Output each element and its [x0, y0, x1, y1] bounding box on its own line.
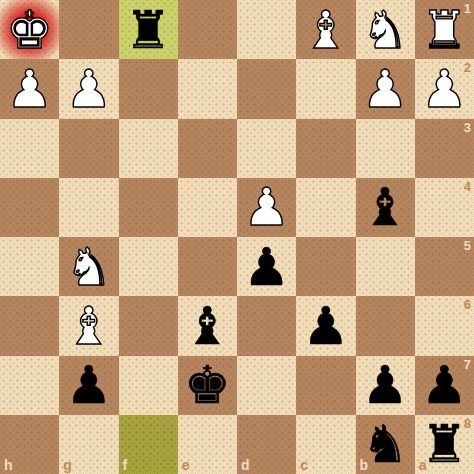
- rank-label-3: 3: [464, 120, 471, 135]
- black-bishop[interactable]: ♝: [178, 296, 237, 355]
- black-pawn[interactable]: ♟: [296, 296, 355, 355]
- square-e4[interactable]: [178, 178, 237, 237]
- square-h7[interactable]: [0, 356, 59, 415]
- square-a7[interactable]: ♟7: [415, 356, 474, 415]
- square-a6[interactable]: 6: [415, 296, 474, 355]
- white-pawn[interactable]: ♟: [0, 59, 59, 118]
- white-king[interactable]: ♚: [0, 0, 59, 59]
- square-h6[interactable]: [0, 296, 59, 355]
- square-d6[interactable]: [237, 296, 296, 355]
- rank-label-6: 6: [464, 297, 471, 312]
- file-label-c: c: [300, 457, 308, 473]
- square-c3[interactable]: [296, 119, 355, 178]
- file-label-f: f: [123, 457, 128, 473]
- square-d7[interactable]: [237, 356, 296, 415]
- square-e6[interactable]: ♝: [178, 296, 237, 355]
- square-f7[interactable]: [119, 356, 178, 415]
- square-c4[interactable]: [296, 178, 355, 237]
- square-b2[interactable]: ♟: [356, 59, 415, 118]
- square-f4[interactable]: [119, 178, 178, 237]
- square-g6[interactable]: ♝: [59, 296, 118, 355]
- square-a5[interactable]: 5: [415, 237, 474, 296]
- square-f1[interactable]: ♜: [119, 0, 178, 59]
- black-pawn[interactable]: ♟: [356, 356, 415, 415]
- square-e2[interactable]: [178, 59, 237, 118]
- square-b7[interactable]: ♟: [356, 356, 415, 415]
- white-knight[interactable]: ♞: [356, 0, 415, 59]
- black-knight[interactable]: ♞: [356, 415, 415, 474]
- square-d4[interactable]: ♟: [237, 178, 296, 237]
- white-pawn[interactable]: ♟: [237, 178, 296, 237]
- square-g7[interactable]: ♟: [59, 356, 118, 415]
- square-a1[interactable]: ♜1: [415, 0, 474, 59]
- square-h4[interactable]: [0, 178, 59, 237]
- square-a2[interactable]: ♟2: [415, 59, 474, 118]
- black-king[interactable]: ♚: [178, 356, 237, 415]
- square-e3[interactable]: [178, 119, 237, 178]
- square-c7[interactable]: [296, 356, 355, 415]
- file-label-d: d: [241, 457, 250, 473]
- square-b3[interactable]: [356, 119, 415, 178]
- square-b1[interactable]: ♞: [356, 0, 415, 59]
- square-d8[interactable]: d: [237, 415, 296, 474]
- square-f6[interactable]: [119, 296, 178, 355]
- square-b4[interactable]: ♝: [356, 178, 415, 237]
- rank-label-4: 4: [464, 179, 471, 194]
- square-b6[interactable]: [356, 296, 415, 355]
- white-pawn[interactable]: ♟: [356, 59, 415, 118]
- black-rook[interactable]: ♜: [119, 0, 178, 59]
- black-pawn[interactable]: ♟: [237, 237, 296, 296]
- square-g8[interactable]: g: [59, 415, 118, 474]
- square-h1[interactable]: ♚: [0, 0, 59, 59]
- square-h5[interactable]: [0, 237, 59, 296]
- square-g2[interactable]: ♟: [59, 59, 118, 118]
- square-d5[interactable]: ♟: [237, 237, 296, 296]
- square-e1[interactable]: [178, 0, 237, 59]
- file-label-g: g: [63, 457, 72, 473]
- square-f5[interactable]: [119, 237, 178, 296]
- white-bishop[interactable]: ♝: [296, 0, 355, 59]
- square-b8[interactable]: ♞b: [356, 415, 415, 474]
- square-g4[interactable]: [59, 178, 118, 237]
- square-e7[interactable]: ♚: [178, 356, 237, 415]
- white-pawn[interactable]: ♟: [415, 59, 474, 118]
- black-pawn[interactable]: ♟: [415, 356, 474, 415]
- black-bishop[interactable]: ♝: [356, 178, 415, 237]
- square-f3[interactable]: [119, 119, 178, 178]
- square-d2[interactable]: [237, 59, 296, 118]
- square-a3[interactable]: 3: [415, 119, 474, 178]
- square-h2[interactable]: ♟: [0, 59, 59, 118]
- square-b5[interactable]: [356, 237, 415, 296]
- file-label-h: h: [4, 457, 13, 473]
- square-c1[interactable]: ♝: [296, 0, 355, 59]
- square-e5[interactable]: [178, 237, 237, 296]
- white-rook[interactable]: ♜: [415, 0, 474, 59]
- square-c8[interactable]: c: [296, 415, 355, 474]
- square-h8[interactable]: h: [0, 415, 59, 474]
- square-c6[interactable]: ♟: [296, 296, 355, 355]
- square-e8[interactable]: e: [178, 415, 237, 474]
- square-g1[interactable]: [59, 0, 118, 59]
- square-h3[interactable]: [0, 119, 59, 178]
- square-f2[interactable]: [119, 59, 178, 118]
- square-d3[interactable]: [237, 119, 296, 178]
- rank-label-5: 5: [464, 238, 471, 253]
- square-g5[interactable]: ♞: [59, 237, 118, 296]
- square-f8[interactable]: f: [119, 415, 178, 474]
- black-pawn[interactable]: ♟: [59, 356, 118, 415]
- white-bishop[interactable]: ♝: [59, 296, 118, 355]
- white-pawn[interactable]: ♟: [59, 59, 118, 118]
- square-g3[interactable]: [59, 119, 118, 178]
- black-rook[interactable]: ♜: [415, 415, 474, 474]
- square-a4[interactable]: 4: [415, 178, 474, 237]
- chess-board: ♚♜♝♞♜1♟♟♟♟23♟♝4♞♟5♝♝♟6♟♚♟♟7hgfedc♞b♜8a: [0, 0, 474, 474]
- square-c5[interactable]: [296, 237, 355, 296]
- square-d1[interactable]: [237, 0, 296, 59]
- square-c2[interactable]: [296, 59, 355, 118]
- white-knight[interactable]: ♞: [59, 237, 118, 296]
- file-label-e: e: [182, 457, 190, 473]
- square-a8[interactable]: ♜8a: [415, 415, 474, 474]
